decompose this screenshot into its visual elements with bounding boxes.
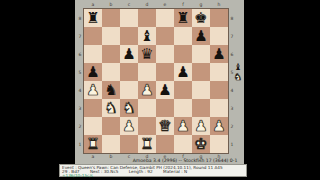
rank-label-1: 1 — [229, 135, 235, 153]
square-b5 — [102, 63, 120, 81]
square-a1: ♜ — [84, 135, 102, 153]
square-g2: ♟ — [192, 117, 210, 135]
match-title: Amoeba 3.4 (2996) -- Stockfish 17 (3644)… — [59, 158, 311, 164]
square-c6: ♟ — [120, 45, 138, 63]
white-knight-icon: ♞ — [234, 72, 242, 82]
square-d1: ♜ — [138, 135, 156, 153]
square-f7 — [174, 27, 192, 45]
engine-eval: +136/10-15c/s — [62, 174, 244, 178]
black-pawn: ♟ — [176, 63, 189, 81]
square-d7: ♝ — [138, 27, 156, 45]
square-d5 — [138, 63, 156, 81]
chess-gui-panel: abcdefgh 87654321 ♜♜♚♝♟♟♛♟♟♟♟♞♟♟♞♞♟♛♟♟♟♜… — [75, 0, 244, 164]
square-a5: ♟ — [84, 63, 102, 81]
white-pawn: ♟ — [194, 117, 207, 135]
black-rook: ♜ — [176, 9, 189, 27]
square-f8: ♜ — [174, 9, 192, 27]
file-label-h: h — [210, 1, 228, 8]
file-label-d: d — [138, 1, 156, 8]
rank-label-7: 7 — [77, 27, 83, 45]
square-f1 — [174, 135, 192, 153]
chess-board: ♜♜♚♝♟♟♛♟♟♟♟♞♟♟♞♞♟♛♟♟♟♜♜♚ — [84, 9, 228, 153]
file-labels-top: abcdefgh — [84, 1, 228, 8]
rank-label-7: 7 — [229, 27, 235, 45]
square-c2: ♟ — [120, 117, 138, 135]
square-c4 — [120, 81, 138, 99]
rank-label-8: 8 — [229, 9, 235, 27]
square-g7: ♟ — [192, 27, 210, 45]
rank-label-6: 6 — [229, 45, 235, 63]
square-e2: ♛ — [156, 117, 174, 135]
square-e3 — [156, 99, 174, 117]
square-g8: ♚ — [192, 9, 210, 27]
rank-label-4: 4 — [229, 81, 235, 99]
white-queen: ♛ — [158, 117, 171, 135]
rank-label-2: 2 — [229, 117, 235, 135]
square-b6 — [102, 45, 120, 63]
square-h1 — [210, 135, 228, 153]
black-bishop-icon: ♝ — [234, 62, 242, 72]
white-king: ♚ — [194, 135, 207, 153]
game-length: Length : 92 — [129, 169, 153, 174]
rank-label-4: 4 — [77, 81, 83, 99]
square-a8: ♜ — [84, 9, 102, 27]
material-tray: ♝ ♞ — [232, 62, 244, 82]
black-pawn: ♟ — [122, 45, 135, 63]
square-f6 — [174, 45, 192, 63]
square-e7 — [156, 27, 174, 45]
black-pawn: ♟ — [158, 81, 171, 99]
video-frame: abcdefgh 87654321 ♜♜♚♝♟♟♛♟♟♟♟♞♟♟♞♞♟♛♟♟♟♜… — [0, 0, 320, 180]
white-knight: ♞ — [104, 99, 117, 117]
square-b7 — [102, 27, 120, 45]
file-label-c: c — [120, 1, 138, 8]
rank-label-3: 3 — [77, 99, 83, 117]
rank-label-5: 5 — [77, 63, 83, 81]
square-f2: ♟ — [174, 117, 192, 135]
caption-box: Event : Queen's Pawn: Can Defense, Gambi… — [59, 164, 247, 177]
square-d4: ♟ — [138, 81, 156, 99]
square-h4 — [210, 81, 228, 99]
square-g1: ♚ — [192, 135, 210, 153]
rank-label-2: 2 — [77, 117, 83, 135]
square-b1 — [102, 135, 120, 153]
file-label-b: b — [102, 1, 120, 8]
square-a3 — [84, 99, 102, 117]
white-rook: ♜ — [140, 135, 153, 153]
square-b4: ♞ — [102, 81, 120, 99]
square-h6: ♟ — [210, 45, 228, 63]
square-b2 — [102, 117, 120, 135]
square-e5 — [156, 63, 174, 81]
white-pawn: ♟ — [86, 81, 99, 99]
square-g5 — [192, 63, 210, 81]
square-c5 — [120, 63, 138, 81]
black-pawn: ♟ — [212, 45, 225, 63]
square-h5 — [210, 63, 228, 81]
white-rook: ♜ — [86, 135, 99, 153]
square-a4: ♟ — [84, 81, 102, 99]
square-c7 — [120, 27, 138, 45]
square-e6 — [156, 45, 174, 63]
square-d6: ♛ — [138, 45, 156, 63]
material-label: Material : N — [163, 169, 187, 174]
file-label-a: a — [84, 1, 102, 8]
white-pawn: ♟ — [212, 117, 225, 135]
rank-label-6: 6 — [77, 45, 83, 63]
white-knight: ♞ — [122, 99, 135, 117]
square-g3 — [192, 99, 210, 117]
square-h7 — [210, 27, 228, 45]
square-c3: ♞ — [120, 99, 138, 117]
white-pawn: ♟ — [122, 117, 135, 135]
square-g6 — [192, 45, 210, 63]
square-c1 — [120, 135, 138, 153]
black-knight: ♞ — [104, 81, 117, 99]
square-f4 — [174, 81, 192, 99]
square-a6 — [84, 45, 102, 63]
square-e4: ♟ — [156, 81, 174, 99]
square-e8 — [156, 9, 174, 27]
black-king: ♚ — [194, 9, 207, 27]
file-label-e: e — [156, 1, 174, 8]
rank-label-8: 8 — [77, 9, 83, 27]
black-rook: ♜ — [86, 9, 99, 27]
next-move: Next : 30.Nc5 — [90, 169, 119, 174]
square-h8 — [210, 9, 228, 27]
black-bishop: ♝ — [140, 27, 153, 45]
square-f5: ♟ — [174, 63, 192, 81]
square-f3 — [174, 99, 192, 117]
rank-label-3: 3 — [229, 99, 235, 117]
square-d8 — [138, 9, 156, 27]
square-d2 — [138, 117, 156, 135]
black-pawn: ♟ — [194, 27, 207, 45]
rank-labels-left: 87654321 — [77, 9, 83, 153]
file-label-g: g — [192, 1, 210, 8]
rank-label-1: 1 — [77, 135, 83, 153]
square-e1 — [156, 135, 174, 153]
black-pawn: ♟ — [86, 63, 99, 81]
white-pawn: ♟ — [140, 81, 153, 99]
square-b3: ♞ — [102, 99, 120, 117]
square-h3 — [210, 99, 228, 117]
square-g4 — [192, 81, 210, 99]
square-b8 — [102, 9, 120, 27]
file-label-f: f — [174, 1, 192, 8]
black-queen: ♛ — [140, 45, 153, 63]
square-a2 — [84, 117, 102, 135]
square-a7 — [84, 27, 102, 45]
square-h2: ♟ — [210, 117, 228, 135]
square-d3 — [138, 99, 156, 117]
white-pawn: ♟ — [176, 117, 189, 135]
square-c8 — [120, 9, 138, 27]
